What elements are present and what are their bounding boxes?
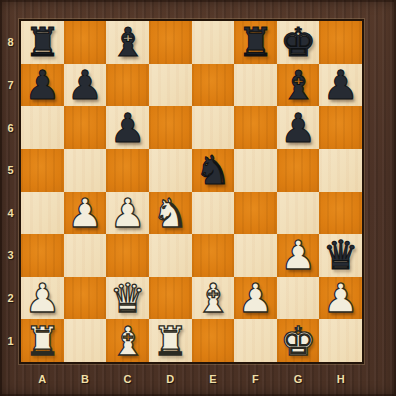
square-d5[interactable]: [149, 149, 192, 192]
rank-label-2: 2: [0, 277, 21, 320]
piece-black-pawn[interactable]: ♟: [323, 65, 359, 105]
file-label-h: H: [319, 362, 362, 396]
square-f8[interactable]: ♜: [234, 21, 277, 64]
file-label-g: G: [277, 362, 320, 396]
piece-white-rook[interactable]: ♜: [152, 321, 188, 361]
piece-white-pawn[interactable]: ♟: [280, 235, 316, 275]
piece-white-pawn[interactable]: ♟: [238, 278, 274, 318]
file-label-f: F: [234, 362, 277, 396]
square-g5[interactable]: [277, 149, 320, 192]
square-c6[interactable]: ♟: [106, 106, 149, 149]
rank-label-4: 4: [0, 192, 21, 235]
piece-black-pawn[interactable]: ♟: [110, 108, 146, 148]
file-labels: ABCDEFGH: [21, 362, 362, 396]
square-a1[interactable]: ♜: [21, 319, 64, 362]
rank-label-5: 5: [0, 149, 21, 192]
square-f4[interactable]: [234, 192, 277, 235]
square-c4[interactable]: ♟: [106, 192, 149, 235]
square-a4[interactable]: [21, 192, 64, 235]
piece-black-bishop[interactable]: ♝: [280, 65, 316, 105]
rank-labels: 87654321: [0, 21, 21, 362]
square-c7[interactable]: [106, 64, 149, 107]
square-h4[interactable]: [319, 192, 362, 235]
piece-white-bishop[interactable]: ♝: [110, 321, 146, 361]
piece-white-king[interactable]: ♚: [280, 321, 316, 361]
square-f3[interactable]: [234, 234, 277, 277]
square-a8[interactable]: ♜: [21, 21, 64, 64]
square-f5[interactable]: [234, 149, 277, 192]
square-b8[interactable]: [64, 21, 107, 64]
square-d2[interactable]: [149, 277, 192, 320]
square-f2[interactable]: ♟: [234, 277, 277, 320]
square-d8[interactable]: [149, 21, 192, 64]
square-f1[interactable]: [234, 319, 277, 362]
rank-label-8: 8: [0, 21, 21, 64]
board-frame: 87654321 ♜♝♜♚♟♟♝♟♟♟♞♟♟♞♟♛♟♛♝♟♟♜♝♜♚ ABCDE…: [0, 0, 396, 396]
square-h8[interactable]: [319, 21, 362, 64]
square-e7[interactable]: [192, 64, 235, 107]
square-g4[interactable]: [277, 192, 320, 235]
square-b5[interactable]: [64, 149, 107, 192]
chess-board: ♜♝♜♚♟♟♝♟♟♟♞♟♟♞♟♛♟♛♝♟♟♜♝♜♚: [21, 21, 362, 362]
file-label-b: B: [64, 362, 107, 396]
piece-black-pawn[interactable]: ♟: [280, 108, 316, 148]
square-d6[interactable]: [149, 106, 192, 149]
square-e5[interactable]: ♞: [192, 149, 235, 192]
square-h7[interactable]: ♟: [319, 64, 362, 107]
square-c8[interactable]: ♝: [106, 21, 149, 64]
square-e2[interactable]: ♝: [192, 277, 235, 320]
square-h6[interactable]: [319, 106, 362, 149]
piece-black-knight[interactable]: ♞: [195, 150, 231, 190]
square-d7[interactable]: [149, 64, 192, 107]
piece-white-bishop[interactable]: ♝: [195, 278, 231, 318]
square-c2[interactable]: ♛: [106, 277, 149, 320]
square-a2[interactable]: ♟: [21, 277, 64, 320]
square-g2[interactable]: [277, 277, 320, 320]
square-b6[interactable]: [64, 106, 107, 149]
rank-label-7: 7: [0, 64, 21, 107]
square-a6[interactable]: [21, 106, 64, 149]
piece-white-pawn[interactable]: ♟: [67, 193, 103, 233]
square-f6[interactable]: [234, 106, 277, 149]
piece-black-pawn[interactable]: ♟: [24, 65, 60, 105]
square-a3[interactable]: [21, 234, 64, 277]
square-b3[interactable]: [64, 234, 107, 277]
square-d3[interactable]: [149, 234, 192, 277]
square-g1[interactable]: ♚: [277, 319, 320, 362]
piece-black-pawn[interactable]: ♟: [67, 65, 103, 105]
square-e6[interactable]: [192, 106, 235, 149]
piece-black-bishop[interactable]: ♝: [110, 22, 146, 62]
rank-label-1: 1: [0, 319, 21, 362]
file-label-e: E: [192, 362, 235, 396]
square-b1[interactable]: [64, 319, 107, 362]
piece-white-knight[interactable]: ♞: [152, 193, 188, 233]
file-label-a: A: [21, 362, 64, 396]
square-b7[interactable]: ♟: [64, 64, 107, 107]
square-e1[interactable]: [192, 319, 235, 362]
square-g6[interactable]: ♟: [277, 106, 320, 149]
square-d1[interactable]: ♜: [149, 319, 192, 362]
piece-black-queen[interactable]: ♛: [323, 235, 359, 275]
square-e8[interactable]: [192, 21, 235, 64]
piece-white-queen[interactable]: ♛: [110, 278, 146, 318]
file-label-c: C: [106, 362, 149, 396]
square-f7[interactable]: [234, 64, 277, 107]
square-g7[interactable]: ♝: [277, 64, 320, 107]
square-h5[interactable]: [319, 149, 362, 192]
square-h3[interactable]: ♛: [319, 234, 362, 277]
square-c5[interactable]: [106, 149, 149, 192]
piece-white-pawn[interactable]: ♟: [110, 193, 146, 233]
piece-white-pawn[interactable]: ♟: [24, 278, 60, 318]
square-c3[interactable]: [106, 234, 149, 277]
rank-label-3: 3: [0, 234, 21, 277]
square-d4[interactable]: ♞: [149, 192, 192, 235]
square-e3[interactable]: [192, 234, 235, 277]
file-label-d: D: [149, 362, 192, 396]
square-a7[interactable]: ♟: [21, 64, 64, 107]
square-a5[interactable]: [21, 149, 64, 192]
square-g8[interactable]: ♚: [277, 21, 320, 64]
piece-white-pawn[interactable]: ♟: [323, 278, 359, 318]
piece-black-rook[interactable]: ♜: [238, 22, 274, 62]
rank-label-6: 6: [0, 106, 21, 149]
piece-black-rook[interactable]: ♜: [24, 22, 60, 62]
square-b4[interactable]: ♟: [64, 192, 107, 235]
square-b2[interactable]: [64, 277, 107, 320]
square-g3[interactable]: ♟: [277, 234, 320, 277]
piece-black-king[interactable]: ♚: [280, 22, 316, 62]
square-c1[interactable]: ♝: [106, 319, 149, 362]
square-e4[interactable]: [192, 192, 235, 235]
square-h2[interactable]: ♟: [319, 277, 362, 320]
square-h1[interactable]: [319, 319, 362, 362]
piece-white-rook[interactable]: ♜: [24, 321, 60, 361]
